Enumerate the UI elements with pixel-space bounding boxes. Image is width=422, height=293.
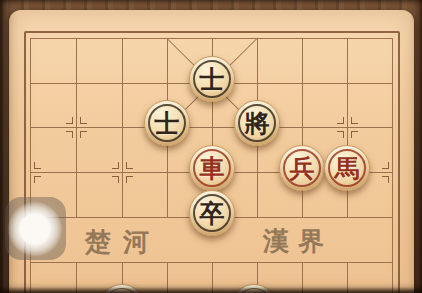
xiangqi-board[interactable]: 楚河 漢界 士 士 將 車 兵 馬 卒 xyxy=(9,10,414,293)
grid-line xyxy=(30,262,392,263)
piece-black-advisor[interactable]: 士 xyxy=(144,100,190,146)
piece-black-general[interactable]: 將 xyxy=(234,100,280,146)
piece-red-horse[interactable]: 馬 xyxy=(324,145,370,191)
bottom-edge-shadow xyxy=(0,287,422,293)
floating-assistive-button[interactable] xyxy=(5,197,66,260)
grid-line xyxy=(76,38,77,217)
piece-ring xyxy=(193,149,231,187)
piece-black-soldier[interactable]: 卒 xyxy=(189,190,235,236)
piece-red-chariot[interactable]: 車 xyxy=(189,145,235,191)
piece-ring xyxy=(283,149,321,187)
piece-ring xyxy=(193,60,231,98)
piece-ring xyxy=(328,149,366,187)
river-label-han-jie: 漢界 xyxy=(263,224,333,259)
piece-ring xyxy=(193,194,231,232)
grid-line xyxy=(392,38,393,293)
grid-line xyxy=(122,38,123,217)
piece-red-soldier[interactable]: 兵 xyxy=(279,145,325,191)
grid-line xyxy=(30,38,392,39)
river-label-chu-he: 楚河 xyxy=(85,225,161,260)
piece-ring xyxy=(238,104,276,142)
piece-black-advisor[interactable]: 士 xyxy=(189,56,235,102)
piece-ring xyxy=(148,104,186,142)
game-screen: 楚河 漢界 士 士 將 車 兵 馬 卒 xyxy=(0,0,422,293)
grid-line xyxy=(30,127,392,128)
glow-core-icon xyxy=(19,213,51,245)
